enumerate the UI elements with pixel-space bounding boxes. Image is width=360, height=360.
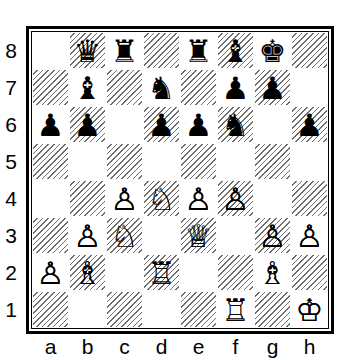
square-b2[interactable]: ♗ [69,254,106,291]
black-pawn-g7[interactable]: ♟ [254,69,291,106]
square-c5[interactable] [106,143,143,180]
square-d3[interactable] [143,217,180,254]
black-rook-c8[interactable]: ♜ [106,32,143,69]
white-rook-f1[interactable]: ♖ [217,291,254,328]
square-a5[interactable] [32,143,69,180]
file-label-d: d [143,335,180,359]
square-g6[interactable] [254,106,291,143]
square-e1[interactable] [180,291,217,328]
square-d1[interactable] [143,291,180,328]
black-king-g8[interactable]: ♚ [254,32,291,69]
white-pawn-g3[interactable]: ♙ [254,217,291,254]
square-c8[interactable]: ♜ [106,32,143,69]
square-e7[interactable] [180,69,217,106]
square-g5[interactable] [254,143,291,180]
rank-label-4: 4 [0,180,22,217]
chess-board: ♛♜♜♝♚♝♞♟♟♟♟♟♟♞♟♙♘♙♙♙♘♕♙♙♙♗♖♗♖♔ [32,32,328,328]
white-pawn-c4[interactable]: ♙ [106,180,143,217]
square-h8[interactable] [291,32,328,69]
square-d7[interactable]: ♞ [143,69,180,106]
rank-label-2: 2 [0,254,22,291]
rank-label-7: 7 [0,69,22,106]
square-g8[interactable]: ♚ [254,32,291,69]
square-h7[interactable] [291,69,328,106]
black-pawn-a6[interactable]: ♟ [32,106,69,143]
square-f6[interactable]: ♞ [217,106,254,143]
square-b6[interactable]: ♟ [69,106,106,143]
white-pawn-f4[interactable]: ♙ [217,180,254,217]
square-a4[interactable] [32,180,69,217]
white-pawn-b3[interactable]: ♙ [69,217,106,254]
white-king-h1[interactable]: ♔ [291,291,328,328]
square-h4[interactable] [291,180,328,217]
square-f4[interactable]: ♙ [217,180,254,217]
square-g4[interactable] [254,180,291,217]
chess-diagram: 87654321 ♛♜♜♝♚♝♞♟♟♟♟♟♟♞♟♙♘♙♙♙♘♕♙♙♙♗♖♗♖♔ … [0,0,360,360]
square-b8[interactable]: ♛ [69,32,106,69]
square-f3[interactable] [217,217,254,254]
square-h5[interactable] [291,143,328,180]
square-d2[interactable]: ♖ [143,254,180,291]
square-h6[interactable]: ♟ [291,106,328,143]
square-a1[interactable] [32,291,69,328]
square-d5[interactable] [143,143,180,180]
black-knight-f6[interactable]: ♞ [217,106,254,143]
square-c4[interactable]: ♙ [106,180,143,217]
square-g1[interactable] [254,291,291,328]
rank-label-1: 1 [0,291,22,328]
square-b3[interactable]: ♙ [69,217,106,254]
file-label-g: g [254,335,291,359]
white-knight-d4[interactable]: ♘ [143,180,180,217]
white-knight-c3[interactable]: ♘ [106,217,143,254]
square-d4[interactable]: ♘ [143,180,180,217]
black-pawn-e6[interactable]: ♟ [180,106,217,143]
square-c1[interactable] [106,291,143,328]
square-d8[interactable] [143,32,180,69]
square-h3[interactable]: ♙ [291,217,328,254]
square-a2[interactable]: ♙ [32,254,69,291]
black-bishop-b7[interactable]: ♝ [69,69,106,106]
rank-label-8: 8 [0,32,22,69]
square-b4[interactable] [69,180,106,217]
black-pawn-f7[interactable]: ♟ [217,69,254,106]
white-pawn-e4[interactable]: ♙ [180,180,217,217]
file-label-b: b [69,335,106,359]
square-f7[interactable]: ♟ [217,69,254,106]
white-queen-e3[interactable]: ♕ [180,217,217,254]
file-label-c: c [106,335,143,359]
square-g7[interactable]: ♟ [254,69,291,106]
square-f1[interactable]: ♖ [217,291,254,328]
board-inner-border: ♛♜♜♝♚♝♞♟♟♟♟♟♟♞♟♙♘♙♙♙♘♕♙♙♙♗♖♗♖♔ [31,31,329,329]
square-b1[interactable] [69,291,106,328]
file-label-f: f [217,335,254,359]
black-pawn-b6[interactable]: ♟ [69,106,106,143]
square-e3[interactable]: ♕ [180,217,217,254]
black-queen-b8[interactable]: ♛ [69,32,106,69]
square-c3[interactable]: ♘ [106,217,143,254]
square-e6[interactable]: ♟ [180,106,217,143]
square-c6[interactable] [106,106,143,143]
black-rook-e8[interactable]: ♜ [180,32,217,69]
white-bishop-b2[interactable]: ♗ [69,254,106,291]
square-e8[interactable]: ♜ [180,32,217,69]
black-knight-d7[interactable]: ♞ [143,69,180,106]
square-h1[interactable]: ♔ [291,291,328,328]
square-f5[interactable] [217,143,254,180]
square-b5[interactable] [69,143,106,180]
square-a8[interactable] [32,32,69,69]
file-label-h: h [291,335,328,359]
black-pawn-h6[interactable]: ♟ [291,106,328,143]
rank-label-6: 6 [0,106,22,143]
black-pawn-d6[interactable]: ♟ [143,106,180,143]
white-pawn-h3[interactable]: ♙ [291,217,328,254]
square-h2[interactable] [291,254,328,291]
square-f2[interactable] [217,254,254,291]
square-a7[interactable] [32,69,69,106]
square-e5[interactable] [180,143,217,180]
white-rook-d2[interactable]: ♖ [143,254,180,291]
black-bishop-f8[interactable]: ♝ [217,32,254,69]
rank-label-5: 5 [0,143,22,180]
square-a6[interactable]: ♟ [32,106,69,143]
file-label-e: e [180,335,217,359]
white-pawn-a2[interactable]: ♙ [32,254,69,291]
square-d6[interactable]: ♟ [143,106,180,143]
square-e4[interactable]: ♙ [180,180,217,217]
square-c2[interactable] [106,254,143,291]
rank-label-3: 3 [0,217,22,254]
square-g3[interactable]: ♙ [254,217,291,254]
file-labels: abcdefgh [32,335,328,359]
square-f8[interactable]: ♝ [217,32,254,69]
square-e2[interactable] [180,254,217,291]
board-frame: ♛♜♜♝♚♝♞♟♟♟♟♟♟♞♟♙♘♙♙♙♘♕♙♙♙♗♖♗♖♔ [26,26,334,334]
square-b7[interactable]: ♝ [69,69,106,106]
square-g2[interactable]: ♗ [254,254,291,291]
square-a3[interactable] [32,217,69,254]
rank-labels: 87654321 [0,32,22,328]
white-bishop-g2[interactable]: ♗ [254,254,291,291]
square-c7[interactable] [106,69,143,106]
file-label-a: a [32,335,69,359]
